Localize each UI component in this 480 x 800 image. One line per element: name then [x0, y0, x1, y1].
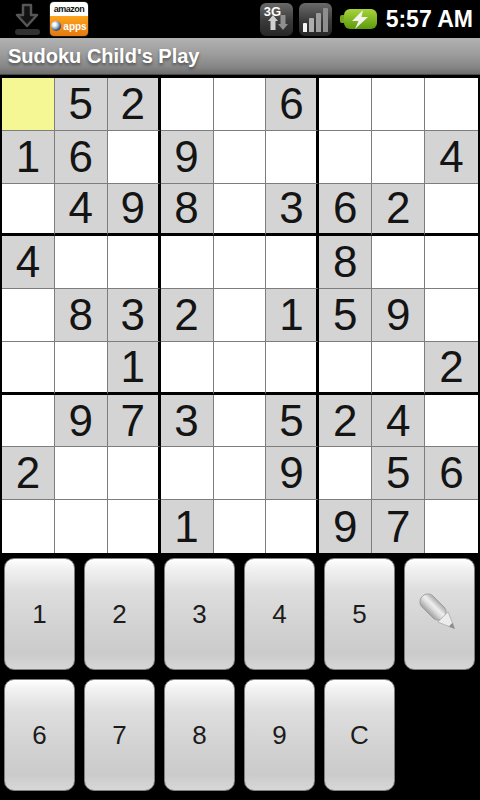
keypad-row-2: 6 7 8 9 C — [4, 679, 480, 791]
cell-r9c5[interactable] — [214, 500, 267, 553]
cell-r2c6[interactable] — [266, 131, 319, 184]
cell-r2c8[interactable] — [372, 131, 425, 184]
cell-r2c3[interactable] — [108, 131, 161, 184]
amazon-apps-icon: amazon apps — [49, 1, 89, 37]
apps-label-row: apps — [50, 16, 88, 36]
keypad-row-1: 1 2 3 4 5 — [4, 558, 480, 670]
cell-r1c6[interactable]: 6 — [266, 78, 319, 131]
cell-r1c1[interactable] — [2, 78, 55, 131]
cell-r3c3[interactable]: 9 — [108, 184, 161, 237]
cell-r4c2[interactable] — [55, 236, 108, 289]
cell-r6c6[interactable] — [266, 342, 319, 395]
cell-r1c3[interactable]: 2 — [108, 78, 161, 131]
cell-r6c5[interactable] — [214, 342, 267, 395]
key-3[interactable]: 3 — [164, 558, 235, 670]
status-clock: 5:57 AM — [386, 6, 473, 33]
cell-r7c2[interactable]: 9 — [55, 395, 108, 448]
sudoku-grid: 526169449836248832159129735242956197 — [0, 76, 480, 555]
cell-r9c4[interactable]: 1 — [161, 500, 214, 553]
cell-r8c9[interactable]: 6 — [425, 447, 478, 500]
cell-r6c8[interactable] — [372, 342, 425, 395]
cell-r2c5[interactable] — [214, 131, 267, 184]
cell-r4c6[interactable] — [266, 236, 319, 289]
key-1[interactable]: 1 — [4, 558, 75, 670]
battery-charging-icon — [339, 6, 379, 32]
cell-r6c3[interactable]: 1 — [108, 342, 161, 395]
amazon-label: amazon — [50, 2, 88, 16]
cell-r3c9[interactable] — [425, 184, 478, 237]
key-2[interactable]: 2 — [84, 558, 155, 670]
download-icon — [9, 2, 45, 36]
apps-label: apps — [63, 21, 86, 32]
cell-r6c2[interactable] — [55, 342, 108, 395]
cell-r1c9[interactable] — [425, 78, 478, 131]
cell-r5c1[interactable] — [2, 289, 55, 342]
cell-r4c3[interactable] — [108, 236, 161, 289]
cell-r6c1[interactable] — [2, 342, 55, 395]
cell-r6c4[interactable] — [161, 342, 214, 395]
globe-icon — [51, 21, 61, 31]
cell-r3c7[interactable]: 6 — [319, 184, 372, 237]
cell-r7c4[interactable]: 3 — [161, 395, 214, 448]
signal-bars — [299, 3, 332, 36]
pencil-icon — [413, 587, 467, 641]
cell-r5c4[interactable]: 2 — [161, 289, 214, 342]
cell-r7c6[interactable]: 5 — [266, 395, 319, 448]
cell-r2c7[interactable] — [319, 131, 372, 184]
cell-r3c5[interactable] — [214, 184, 267, 237]
cell-r9c2[interactable] — [55, 500, 108, 553]
cell-r5c5[interactable] — [214, 289, 267, 342]
cell-r5c9[interactable] — [425, 289, 478, 342]
key-8[interactable]: 8 — [164, 679, 235, 791]
cell-r4c9[interactable] — [425, 236, 478, 289]
cell-r4c1[interactable]: 4 — [2, 236, 55, 289]
cell-r8c3[interactable] — [108, 447, 161, 500]
cell-r7c1[interactable] — [2, 395, 55, 448]
cell-r7c5[interactable] — [214, 395, 267, 448]
key-9[interactable]: 9 — [244, 679, 315, 791]
pencil-button[interactable] — [404, 558, 475, 670]
cell-r3c1[interactable] — [2, 184, 55, 237]
cell-r1c7[interactable] — [319, 78, 372, 131]
cell-r8c5[interactable] — [214, 447, 267, 500]
key-7[interactable]: 7 — [84, 679, 155, 791]
keypad: 1 2 3 4 5 — [0, 555, 480, 800]
cell-r1c8[interactable] — [372, 78, 425, 131]
key-clear[interactable]: C — [324, 679, 395, 791]
cell-r9c3[interactable] — [108, 500, 161, 553]
cell-r5c7[interactable]: 5 — [319, 289, 372, 342]
app-title: Sudoku Child's Play — [8, 45, 199, 68]
screen: amazon apps 3G — [0, 0, 480, 800]
cell-r5c8[interactable]: 9 — [372, 289, 425, 342]
key-4[interactable]: 4 — [244, 558, 315, 670]
cell-r8c7[interactable] — [319, 447, 372, 500]
key-6[interactable]: 6 — [4, 679, 75, 791]
cell-r2c1[interactable]: 1 — [2, 131, 55, 184]
cell-r3c2[interactable]: 4 — [55, 184, 108, 237]
cell-r7c7[interactable]: 2 — [319, 395, 372, 448]
signal-strength-icon — [299, 3, 332, 36]
cell-r5c6[interactable]: 1 — [266, 289, 319, 342]
cell-r4c4[interactable] — [161, 236, 214, 289]
cell-r6c7[interactable] — [319, 342, 372, 395]
cell-r7c9[interactable] — [425, 395, 478, 448]
cell-r1c2[interactable]: 5 — [55, 78, 108, 131]
cell-r2c4[interactable]: 9 — [161, 131, 214, 184]
cell-r1c5[interactable] — [214, 78, 267, 131]
cell-r5c3[interactable]: 3 — [108, 289, 161, 342]
cell-r6c9[interactable]: 2 — [425, 342, 478, 395]
cell-r1c4[interactable] — [161, 78, 214, 131]
cell-r8c6[interactable]: 9 — [266, 447, 319, 500]
cell-r3c8[interactable]: 2 — [372, 184, 425, 237]
cell-r8c4[interactable] — [161, 447, 214, 500]
cell-r8c1[interactable]: 2 — [2, 447, 55, 500]
cell-r2c9[interactable]: 4 — [425, 131, 478, 184]
cell-r4c8[interactable] — [372, 236, 425, 289]
cell-r9c6[interactable] — [266, 500, 319, 553]
mobile-data-3g-icon: 3G — [260, 3, 293, 36]
key-5[interactable]: 5 — [324, 558, 395, 670]
cell-r9c7[interactable]: 9 — [319, 500, 372, 553]
cell-r7c8[interactable]: 4 — [372, 395, 425, 448]
cell-r4c5[interactable] — [214, 236, 267, 289]
cell-r7c3[interactable]: 7 — [108, 395, 161, 448]
cell-r9c9[interactable] — [425, 500, 478, 553]
cell-r9c1[interactable] — [2, 500, 55, 553]
title-bar: Sudoku Child's Play — [0, 38, 480, 75]
cell-r9c8[interactable]: 7 — [372, 500, 425, 553]
cell-r8c2[interactable] — [55, 447, 108, 500]
cell-r3c6[interactable]: 3 — [266, 184, 319, 237]
status-bar: amazon apps 3G — [0, 0, 480, 38]
cell-r8c8[interactable]: 5 — [372, 447, 425, 500]
cell-r3c4[interactable]: 8 — [161, 184, 214, 237]
cell-r2c2[interactable]: 6 — [55, 131, 108, 184]
cell-r5c2[interactable]: 8 — [55, 289, 108, 342]
cell-r4c7[interactable]: 8 — [319, 236, 372, 289]
data-arrows-icon — [267, 15, 289, 34]
